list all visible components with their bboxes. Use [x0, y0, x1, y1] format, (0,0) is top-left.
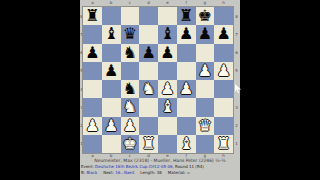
square-d5[interactable]: [139, 62, 158, 80]
square-g4[interactable]: [196, 80, 215, 98]
square-e8[interactable]: [158, 7, 177, 25]
side-value[interactable]: Black: [86, 170, 97, 175]
square-c4[interactable]: ♞: [121, 80, 140, 98]
length-value: 38: [157, 170, 162, 175]
square-f3[interactable]: [177, 98, 196, 116]
square-f5[interactable]: [177, 62, 196, 80]
square-b8[interactable]: [102, 7, 121, 25]
square-c5[interactable]: [121, 62, 140, 80]
next-label: Next:: [103, 170, 114, 175]
rank-label-3-right: 3: [234, 98, 239, 116]
square-g2[interactable]: ♛: [196, 117, 215, 135]
square-a7[interactable]: [83, 25, 102, 43]
piece-bp-e6: ♟: [160, 44, 174, 60]
square-a2[interactable]: ♟: [83, 117, 102, 135]
square-f2[interactable]: [177, 117, 196, 135]
piece-br-a8: ♜: [85, 8, 99, 24]
piece-wn-c3: ♞: [123, 99, 137, 115]
piece-bp-d6: ♟: [141, 44, 155, 60]
square-a4[interactable]: [83, 80, 102, 98]
piece-bb-b7: ♝: [104, 26, 118, 42]
square-h8[interactable]: [214, 7, 233, 25]
event-label: Event:: [81, 164, 94, 169]
event-line: Event: Deutsche 16th Bezirk Cup CH12-05-…: [81, 164, 239, 169]
file-label-c-top: c: [121, 0, 140, 6]
piece-wk-c1: ♚: [123, 135, 137, 151]
square-b2[interactable]: ♟: [102, 117, 121, 135]
square-f8[interactable]: ♜: [177, 7, 196, 25]
square-g7[interactable]: ♟: [196, 25, 215, 43]
square-a5[interactable]: [83, 62, 102, 80]
piece-wb-f1: ♝: [179, 135, 193, 151]
material-value: =: [187, 170, 190, 175]
app-content: abcdefgh 87654321 ♜♜♚♝♛♝♟♟♟♟♞♟♟♟♟♟♞♞♟♟♞♝…: [80, 0, 240, 180]
square-e1[interactable]: [158, 135, 177, 153]
piece-wp-b2: ♟: [104, 117, 118, 133]
square-d3[interactable]: [139, 98, 158, 116]
square-d1[interactable]: ♜: [139, 135, 158, 153]
square-d7[interactable]: [139, 25, 158, 43]
square-e5[interactable]: [158, 62, 177, 80]
square-e4[interactable]: ♟: [158, 80, 177, 98]
square-g8[interactable]: ♚: [196, 7, 215, 25]
rank-label-6-right: 6: [234, 44, 239, 62]
rank-label-5-right: 5: [234, 62, 239, 80]
rank-label-2-right: 2: [234, 117, 239, 135]
file-label-e-top: e: [158, 0, 177, 6]
file-label-b-top: b: [102, 0, 121, 6]
piece-wp-g5: ♟: [198, 62, 212, 78]
square-h1[interactable]: ♜: [214, 135, 233, 153]
piece-wp-f4: ♟: [179, 81, 193, 97]
square-h2[interactable]: [214, 117, 233, 135]
material-label: Material:: [168, 170, 186, 175]
square-h4[interactable]: [214, 80, 233, 98]
square-e6[interactable]: ♟: [158, 44, 177, 62]
piece-wr-d1: ♜: [141, 135, 155, 151]
file-label-h-top: h: [214, 0, 233, 6]
event-round: Round 11 (R4): [174, 164, 204, 169]
piece-bp-b5: ♟: [104, 62, 118, 78]
square-e2[interactable]: [158, 117, 177, 135]
square-c2[interactable]: ♟: [121, 117, 140, 135]
square-h3[interactable]: [214, 98, 233, 116]
square-c1[interactable]: ♚: [121, 135, 140, 153]
next-move-link[interactable]: 16...Nxe3: [115, 170, 134, 175]
square-g3[interactable]: [196, 98, 215, 116]
square-f7[interactable]: ♟: [177, 25, 196, 43]
piece-bb-e7: ♝: [160, 26, 174, 42]
square-c8[interactable]: [121, 7, 140, 25]
square-e7[interactable]: ♝: [158, 25, 177, 43]
square-b6[interactable]: [102, 44, 121, 62]
square-a6[interactable]: ♟: [83, 44, 102, 62]
piece-bp-g7: ♟: [198, 26, 212, 42]
square-f1[interactable]: ♝: [177, 135, 196, 153]
piece-wp-h5: ♟: [216, 62, 230, 78]
file-label-d-top: d: [139, 0, 158, 6]
square-d6[interactable]: ♟: [139, 44, 158, 62]
piece-bk-g8: ♚: [198, 8, 212, 24]
square-g6[interactable]: [196, 44, 215, 62]
square-c3[interactable]: ♞: [121, 98, 140, 116]
rank-label-1-right: 1: [234, 135, 239, 153]
square-h5[interactable]: ♟: [214, 62, 233, 80]
square-a3[interactable]: [83, 98, 102, 116]
square-e3[interactable]: ♝: [158, 98, 177, 116]
piece-bp-f7: ♟: [179, 26, 193, 42]
piece-wb-e3: ♝: [160, 99, 174, 115]
square-b5[interactable]: ♟: [102, 62, 121, 80]
square-b7[interactable]: ♝: [102, 25, 121, 43]
square-b1[interactable]: [102, 135, 121, 153]
square-g5[interactable]: ♟: [196, 62, 215, 80]
square-h7[interactable]: ♟: [214, 25, 233, 43]
piece-bn-c6: ♞: [123, 44, 137, 60]
chess-board: ♜♜♚♝♛♝♟♟♟♟♞♟♟♟♟♟♞♞♟♟♞♝♟♟♟♛♚♜♝♜: [83, 7, 233, 153]
rank-labels-right: 87654321: [234, 7, 239, 153]
square-c6[interactable]: ♞: [121, 44, 140, 62]
square-a1[interactable]: [83, 135, 102, 153]
rank-label-7-right: 7: [234, 25, 239, 43]
square-c7[interactable]: ♛: [121, 25, 140, 43]
square-h6[interactable]: [214, 44, 233, 62]
rank-label-8-right: 8: [234, 7, 239, 25]
piece-wr-h1: ♜: [216, 135, 230, 151]
square-d2[interactable]: [139, 117, 158, 135]
square-g1[interactable]: [196, 135, 215, 153]
side-label: B:: [81, 170, 85, 175]
piece-br-f8: ♜: [179, 8, 193, 24]
square-f6[interactable]: [177, 44, 196, 62]
piece-wp-e4: ♟: [160, 81, 174, 97]
piece-bp-h7: ♟: [216, 26, 230, 42]
square-a8[interactable]: ♜: [83, 7, 102, 25]
piece-wp-a2: ♟: [85, 117, 99, 133]
piece-bq-c7: ♛: [123, 26, 137, 42]
game-header: Neumeister, Max (2318) - Mueller, Hans P…: [80, 158, 240, 163]
event-link[interactable]: Deutsche 16th Bezirk Cup CH12-05-06,: [95, 164, 174, 169]
piece-wp-c2: ♟: [123, 117, 137, 133]
status-line: B: BlackNext: 16...Nxe3Length: 38Materia…: [81, 170, 239, 175]
piece-bp-a6: ♟: [85, 44, 99, 60]
square-d4[interactable]: ♞: [139, 80, 158, 98]
length-label: Length:: [140, 170, 155, 175]
square-b3[interactable]: [102, 98, 121, 116]
square-b4[interactable]: [102, 80, 121, 98]
square-f4[interactable]: ♟: [177, 80, 196, 98]
piece-wn-d4: ♞: [141, 81, 155, 97]
piece-bn-c4: ♞: [123, 81, 137, 97]
piece-wq-g2: ♛: [198, 117, 212, 133]
square-d8[interactable]: [139, 7, 158, 25]
